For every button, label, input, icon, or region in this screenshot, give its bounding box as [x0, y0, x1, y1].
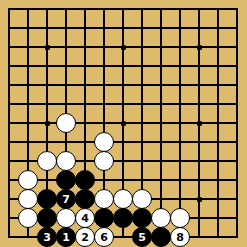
move-number-label: 6: [100, 232, 108, 243]
grid-line-vertical: [65, 57, 67, 76]
board-intersection[interactable]: [209, 114, 228, 133]
grid-line-vertical: [198, 171, 200, 190]
black-stone[interactable]: 5: [132, 227, 152, 247]
grid-line-vertical: [160, 190, 162, 209]
board-intersection[interactable]: [152, 209, 171, 228]
grid-line-vertical: [179, 133, 181, 152]
board-intersection[interactable]: [19, 114, 38, 133]
star-point: [197, 197, 202, 202]
board-intersection[interactable]: [95, 171, 114, 190]
board-intersection[interactable]: 2: [76, 228, 95, 247]
board-intersection[interactable]: [171, 19, 190, 38]
board-intersection[interactable]: [228, 228, 247, 247]
grid-line-vertical: [160, 19, 162, 38]
board-intersection[interactable]: [38, 152, 57, 171]
board-intersection[interactable]: [171, 0, 190, 19]
board-intersection[interactable]: [19, 171, 38, 190]
board-intersection[interactable]: [0, 171, 19, 190]
white-stone[interactable]: 8: [170, 227, 190, 247]
grid-line-vertical: [122, 152, 124, 171]
board-intersection[interactable]: [171, 76, 190, 95]
board-intersection[interactable]: [38, 190, 57, 209]
grid-line-vertical: [141, 76, 143, 95]
board-intersection[interactable]: [171, 209, 190, 228]
board-intersection[interactable]: [95, 0, 114, 19]
grid-line-vertical: [122, 95, 124, 114]
grid-line-vertical: [198, 228, 200, 238]
board-intersection[interactable]: [133, 95, 152, 114]
white-stone[interactable]: [18, 170, 38, 190]
board-intersection[interactable]: 6: [95, 228, 114, 247]
white-stone[interactable]: [113, 189, 133, 209]
board-intersection[interactable]: [228, 76, 247, 95]
black-stone[interactable]: 3: [37, 227, 57, 247]
grid-line-vertical: [84, 114, 86, 133]
grid-line-vertical: [179, 57, 181, 76]
black-stone[interactable]: 1: [56, 227, 76, 247]
white-stone[interactable]: [170, 208, 190, 228]
grid-line-vertical: [217, 8, 219, 18]
board-intersection[interactable]: [152, 190, 171, 209]
board-intersection[interactable]: [95, 38, 114, 57]
white-stone[interactable]: [56, 151, 76, 171]
grid-line-vertical: [198, 8, 200, 18]
grid-line-vertical: [198, 152, 200, 171]
board-intersection[interactable]: [114, 190, 133, 209]
black-stone[interactable]: [37, 189, 57, 209]
grid-line-vertical: [27, 19, 29, 38]
board-intersection[interactable]: [0, 114, 19, 133]
board-intersection[interactable]: [152, 114, 171, 133]
board-intersection[interactable]: [190, 76, 209, 95]
grid-line-vertical: [27, 8, 29, 18]
board-intersection[interactable]: [95, 76, 114, 95]
grid-line-vertical: [27, 133, 29, 152]
board-intersection[interactable]: [152, 76, 171, 95]
board-intersection[interactable]: [95, 95, 114, 114]
board-intersection[interactable]: [114, 209, 133, 228]
grid-line-vertical: [122, 76, 124, 95]
board-intersection[interactable]: 7: [57, 190, 76, 209]
white-stone[interactable]: [132, 189, 152, 209]
board-intersection[interactable]: [19, 152, 38, 171]
board-intersection[interactable]: [114, 171, 133, 190]
move-number-label: 8: [176, 232, 184, 243]
grid-line-vertical: [179, 114, 181, 133]
grid-line-vertical: [236, 57, 238, 76]
board-intersection[interactable]: [228, 133, 247, 152]
grid-line-vertical: [8, 171, 10, 190]
grid-line-vertical: [8, 228, 10, 238]
grid-line-vertical: [84, 76, 86, 95]
grid-line-vertical: [179, 95, 181, 114]
white-stone[interactable]: [151, 208, 171, 228]
board-intersection[interactable]: [152, 95, 171, 114]
black-stone[interactable]: 7: [56, 189, 76, 209]
board-intersection[interactable]: [76, 133, 95, 152]
move-number-label: 4: [81, 213, 89, 224]
board-intersection[interactable]: [95, 209, 114, 228]
board-intersection[interactable]: [133, 133, 152, 152]
grid-line-vertical: [236, 76, 238, 95]
board-intersection[interactable]: [152, 228, 171, 247]
grid-line-vertical: [217, 57, 219, 76]
board-intersection[interactable]: [133, 38, 152, 57]
grid-line-vertical: [236, 228, 238, 238]
black-stone[interactable]: [75, 170, 95, 190]
board-intersection[interactable]: [171, 152, 190, 171]
grid-line-vertical: [198, 57, 200, 76]
board-intersection[interactable]: [19, 38, 38, 57]
board-intersection[interactable]: [171, 190, 190, 209]
grid-line-vertical: [46, 76, 48, 95]
grid-line-vertical: [141, 133, 143, 152]
grid-line-vertical: [122, 57, 124, 76]
board-intersection[interactable]: [209, 133, 228, 152]
board-intersection[interactable]: [38, 76, 57, 95]
grid-line-vertical: [236, 38, 238, 57]
board-intersection[interactable]: [209, 38, 228, 57]
board-intersection[interactable]: [38, 133, 57, 152]
board-intersection[interactable]: [152, 38, 171, 57]
grid-line-vertical: [84, 57, 86, 76]
board-intersection[interactable]: [152, 133, 171, 152]
board-intersection[interactable]: [190, 95, 209, 114]
star-point: [121, 45, 126, 50]
board-intersection[interactable]: [57, 171, 76, 190]
board-intersection[interactable]: [0, 152, 19, 171]
board-intersection[interactable]: [19, 133, 38, 152]
board-intersection[interactable]: [228, 209, 247, 228]
board-intersection[interactable]: [190, 0, 209, 19]
board-intersection[interactable]: [19, 190, 38, 209]
board-intersection[interactable]: [114, 152, 133, 171]
grid-line-vertical: [141, 57, 143, 76]
board-intersection[interactable]: [95, 114, 114, 133]
white-stone[interactable]: [56, 208, 76, 228]
grid-line-vertical: [198, 133, 200, 152]
white-stone[interactable]: 4: [75, 208, 95, 228]
board-intersection[interactable]: 8: [171, 228, 190, 247]
white-stone[interactable]: [37, 151, 57, 171]
grid-line-vertical: [8, 8, 10, 18]
board-intersection[interactable]: 1: [57, 228, 76, 247]
grid-line-vertical: [122, 19, 124, 38]
star-point: [197, 45, 202, 50]
board-intersection[interactable]: [0, 190, 19, 209]
grid-line-vertical: [46, 95, 48, 114]
board-intersection[interactable]: [209, 228, 228, 247]
grid-line-vertical: [236, 19, 238, 38]
board-intersection[interactable]: [38, 19, 57, 38]
board-intersection[interactable]: [57, 57, 76, 76]
black-stone[interactable]: [37, 208, 57, 228]
grid-line-vertical: [236, 152, 238, 171]
board-intersection[interactable]: [114, 19, 133, 38]
board-intersection[interactable]: [76, 114, 95, 133]
board-intersection[interactable]: [133, 171, 152, 190]
board-intersection[interactable]: [190, 19, 209, 38]
board-intersection[interactable]: [171, 95, 190, 114]
grid-line-vertical: [198, 209, 200, 228]
grid-line-vertical: [46, 19, 48, 38]
grid-line-vertical: [65, 76, 67, 95]
board-intersection[interactable]: [133, 76, 152, 95]
board-intersection[interactable]: [0, 209, 19, 228]
board-intersection[interactable]: [133, 152, 152, 171]
grid-line-vertical: [236, 133, 238, 152]
board-intersection[interactable]: [19, 76, 38, 95]
grid-line-vertical: [8, 95, 10, 114]
move-number-label: 5: [138, 232, 146, 243]
board-intersection[interactable]: [57, 95, 76, 114]
board-intersection[interactable]: [209, 171, 228, 190]
board-intersection[interactable]: [76, 0, 95, 19]
board-intersection[interactable]: [19, 19, 38, 38]
white-stone[interactable]: [94, 151, 114, 171]
black-stone[interactable]: [151, 227, 171, 247]
board-intersection[interactable]: [57, 114, 76, 133]
board-intersection[interactable]: [0, 0, 19, 19]
board-intersection[interactable]: [114, 133, 133, 152]
board-intersection[interactable]: [95, 19, 114, 38]
white-stone[interactable]: 2: [75, 227, 95, 247]
grid-line-vertical: [122, 171, 124, 190]
grid-line-vertical: [122, 228, 124, 238]
board-intersection[interactable]: [95, 190, 114, 209]
grid-line-vertical: [141, 8, 143, 18]
move-number-label: 1: [62, 232, 70, 243]
board-intersection[interactable]: [19, 228, 38, 247]
board-intersection[interactable]: [190, 209, 209, 228]
board-intersection[interactable]: [190, 152, 209, 171]
go-board: 74312658: [0, 0, 247, 247]
grid-line-vertical: [27, 38, 29, 57]
board-intersection[interactable]: [133, 209, 152, 228]
board-intersection[interactable]: [76, 19, 95, 38]
grid-line-vertical: [103, 19, 105, 38]
board-intersection[interactable]: [38, 171, 57, 190]
white-stone[interactable]: [18, 208, 38, 228]
white-stone[interactable]: [94, 189, 114, 209]
black-stone[interactable]: [132, 208, 152, 228]
board-intersection[interactable]: 3: [38, 228, 57, 247]
board-intersection[interactable]: [133, 190, 152, 209]
grid-line-vertical: [217, 38, 219, 57]
board-intersection[interactable]: [38, 57, 57, 76]
grid-line-vertical: [103, 171, 105, 190]
white-stone[interactable]: 6: [94, 227, 114, 247]
star-point: [45, 45, 50, 50]
grid-line-horizontal: [8, 236, 18, 238]
board-intersection[interactable]: [57, 133, 76, 152]
board-intersection[interactable]: [209, 57, 228, 76]
board-intersection[interactable]: [0, 95, 19, 114]
board-intersection[interactable]: [228, 0, 247, 19]
grid-line-vertical: [160, 152, 162, 171]
grid-line-vertical: [198, 19, 200, 38]
board-intersection[interactable]: [190, 171, 209, 190]
grid-line-vertical: [217, 114, 219, 133]
board-intersection[interactable]: [209, 209, 228, 228]
board-intersection[interactable]: [57, 152, 76, 171]
grid-line-horizontal: [8, 179, 18, 181]
black-stone[interactable]: [75, 189, 95, 209]
grid-line-vertical: [65, 8, 67, 18]
board-intersection[interactable]: [228, 114, 247, 133]
grid-line-horizontal: [8, 46, 18, 48]
grid-line-vertical: [103, 76, 105, 95]
board-intersection[interactable]: 4: [76, 209, 95, 228]
board-intersection[interactable]: [209, 0, 228, 19]
board-intersection[interactable]: [95, 133, 114, 152]
grid-line-horizontal: [8, 65, 18, 67]
grid-line-vertical: [217, 133, 219, 152]
board-intersection[interactable]: [76, 57, 95, 76]
board-intersection[interactable]: [171, 114, 190, 133]
board-intersection[interactable]: [171, 171, 190, 190]
white-stone[interactable]: [56, 113, 76, 133]
board-intersection[interactable]: [0, 76, 19, 95]
move-number-label: 7: [62, 194, 70, 205]
grid-line-vertical: [103, 8, 105, 18]
grid-line-vertical: [141, 19, 143, 38]
board-intersection[interactable]: [114, 0, 133, 19]
board-intersection[interactable]: [19, 95, 38, 114]
board-intersection[interactable]: [38, 0, 57, 19]
board-intersection[interactable]: [76, 152, 95, 171]
board-intersection[interactable]: [0, 228, 19, 247]
grid-line-vertical: [122, 8, 124, 18]
board-intersection[interactable]: [133, 57, 152, 76]
board-intersection[interactable]: [0, 57, 19, 76]
grid-line-horizontal: [8, 8, 18, 10]
board-intersection[interactable]: [209, 19, 228, 38]
board-intersection[interactable]: [57, 0, 76, 19]
grid-line-vertical: [122, 133, 124, 152]
board-intersection[interactable]: [171, 57, 190, 76]
grid-line-vertical: [160, 133, 162, 152]
board-intersection[interactable]: [19, 0, 38, 19]
white-stone[interactable]: [18, 189, 38, 209]
grid-line-vertical: [217, 76, 219, 95]
black-stone[interactable]: [56, 170, 76, 190]
grid-line-vertical: [27, 152, 29, 171]
grid-line-vertical: [27, 228, 29, 238]
grid-line-vertical: [236, 209, 238, 228]
grid-line-vertical: [65, 133, 67, 152]
grid-line-vertical: [179, 8, 181, 18]
board-intersection[interactable]: [0, 133, 19, 152]
grid-line-vertical: [179, 171, 181, 190]
grid-line-vertical: [103, 95, 105, 114]
board-intersection[interactable]: [190, 57, 209, 76]
grid-line-horizontal: [8, 103, 18, 105]
board-intersection[interactable]: [95, 57, 114, 76]
white-stone[interactable]: [94, 132, 114, 152]
board-intersection[interactable]: [0, 38, 19, 57]
board-intersection[interactable]: [76, 190, 95, 209]
board-intersection[interactable]: [19, 57, 38, 76]
board-intersection[interactable]: [114, 76, 133, 95]
board-intersection[interactable]: [228, 19, 247, 38]
board-intersection[interactable]: [228, 171, 247, 190]
board-intersection[interactable]: [152, 0, 171, 19]
board-intersection[interactable]: [228, 95, 247, 114]
board-intersection[interactable]: [114, 95, 133, 114]
board-intersection[interactable]: [76, 38, 95, 57]
board-intersection[interactable]: [209, 190, 228, 209]
grid-line-vertical: [84, 95, 86, 114]
board-intersection[interactable]: [57, 209, 76, 228]
board-intersection[interactable]: [114, 228, 133, 247]
board-intersection[interactable]: [133, 114, 152, 133]
board-intersection[interactable]: [152, 171, 171, 190]
grid-line-vertical: [217, 190, 219, 209]
grid-line-vertical: [236, 190, 238, 209]
grid-line-horizontal: [8, 160, 18, 162]
grid-line-vertical: [141, 152, 143, 171]
board-intersection[interactable]: 5: [133, 228, 152, 247]
board-intersection[interactable]: [76, 95, 95, 114]
board-intersection[interactable]: [190, 228, 209, 247]
grid-line-vertical: [46, 133, 48, 152]
board-intersection[interactable]: [38, 95, 57, 114]
board-intersection[interactable]: [152, 19, 171, 38]
grid-line-vertical: [8, 133, 10, 152]
board-intersection[interactable]: [57, 38, 76, 57]
move-number-label: 2: [81, 232, 89, 243]
board-intersection[interactable]: [171, 133, 190, 152]
grid-line-vertical: [8, 114, 10, 133]
grid-line-vertical: [65, 38, 67, 57]
grid-line-vertical: [27, 57, 29, 76]
grid-line-vertical: [27, 114, 29, 133]
grid-line-vertical: [84, 8, 86, 18]
board-intersection[interactable]: [228, 57, 247, 76]
board-intersection[interactable]: [152, 152, 171, 171]
board-intersection[interactable]: [76, 171, 95, 190]
board-intersection[interactable]: [228, 38, 247, 57]
board-intersection[interactable]: [171, 38, 190, 57]
grid-line-vertical: [217, 209, 219, 228]
grid-line-vertical: [103, 57, 105, 76]
grid-line-vertical: [160, 95, 162, 114]
board-intersection[interactable]: [95, 152, 114, 171]
board-intersection[interactable]: [57, 76, 76, 95]
grid-line-vertical: [84, 133, 86, 152]
black-stone[interactable]: [113, 208, 133, 228]
board-intersection[interactable]: [152, 57, 171, 76]
board-intersection[interactable]: [190, 133, 209, 152]
board-intersection[interactable]: [228, 152, 247, 171]
black-stone[interactable]: [94, 208, 114, 228]
board-intersection[interactable]: [209, 152, 228, 171]
board-intersection[interactable]: [76, 76, 95, 95]
grid-line-vertical: [27, 76, 29, 95]
board-intersection[interactable]: [38, 209, 57, 228]
board-intersection[interactable]: [19, 209, 38, 228]
board-intersection[interactable]: [114, 57, 133, 76]
board-intersection[interactable]: [209, 95, 228, 114]
grid-line-vertical: [217, 152, 219, 171]
board-intersection[interactable]: [228, 190, 247, 209]
board-intersection[interactable]: [57, 19, 76, 38]
board-intersection[interactable]: [209, 76, 228, 95]
board-intersection[interactable]: [0, 19, 19, 38]
board-intersection[interactable]: [133, 19, 152, 38]
board-intersection[interactable]: [133, 0, 152, 19]
